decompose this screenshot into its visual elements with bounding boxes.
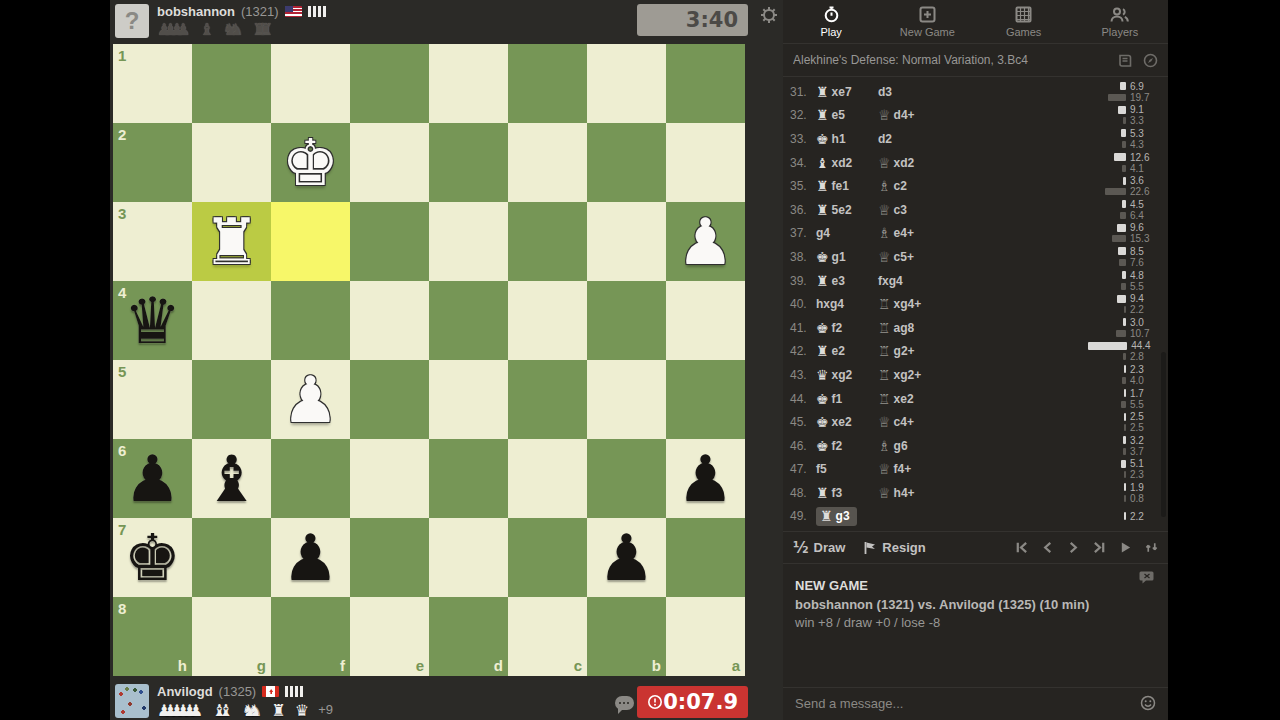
white-move[interactable]: ♜f3 <box>816 486 878 500</box>
move-row-46: 46.♚f2♗g63.23.7 <box>783 434 1168 458</box>
square-f8[interactable]: f <box>271 597 350 676</box>
square-b8[interactable]: b <box>587 597 666 676</box>
square-e8[interactable]: e <box>350 597 429 676</box>
square-b6[interactable] <box>587 439 666 518</box>
move-number: 44. <box>790 392 816 406</box>
top-player-name[interactable]: bobshannon <box>157 4 235 19</box>
square-c7[interactable] <box>508 518 587 597</box>
square-a4[interactable] <box>666 281 745 360</box>
move-row-36: 36.♜5e2♕c34.56.4 <box>783 198 1168 222</box>
move-row-39: 39.♜e3fxg44.85.5 <box>783 269 1168 293</box>
move-time-bar <box>1121 401 1126 408</box>
first-move-button[interactable] <box>1015 541 1028 554</box>
black-move[interactable]: ♕c3 <box>878 203 1088 217</box>
square-g8[interactable]: g <box>192 597 271 676</box>
move-time-bar <box>1088 342 1127 350</box>
black-move[interactable]: ♕c4+ <box>878 415 1088 429</box>
bottom-player-name[interactable]: Anvilogd <box>157 684 213 699</box>
top-player-avatar[interactable]: ? <box>115 4 149 38</box>
material-advantage: +9 <box>318 701 333 720</box>
black-piece-icon: ♖ <box>878 345 891 357</box>
square-g1[interactable] <box>192 44 271 123</box>
white-piece-icon: ♛ <box>816 369 829 381</box>
move-time: 2.3 <box>1130 364 1158 375</box>
rank-label-8: 8 <box>118 600 126 617</box>
move-time-bar <box>1122 165 1126 172</box>
next-move-button[interactable] <box>1067 541 1080 554</box>
square-e1[interactable] <box>350 44 429 123</box>
move-time: 4.1 <box>1130 163 1158 174</box>
black-move[interactable]: ♖g2+ <box>878 344 1088 358</box>
file-label-h: h <box>178 657 187 674</box>
move-list[interactable]: 31.♜xe7d36.919.732.♜e5♕d4+9.13.333.♚h1d2… <box>783 77 1168 531</box>
app-window: ? bobshannon (1321) ♟♟♟♟♝♞♞♜♜ 3:40 12♚3♜… <box>110 0 1168 720</box>
black-move[interactable]: ♖xg4+ <box>878 297 1088 311</box>
black-bishop-g6[interactable]: ♝ <box>192 439 271 518</box>
move-time-bar <box>1122 200 1126 208</box>
move-number: 43. <box>790 368 816 382</box>
square-c2[interactable] <box>508 123 587 202</box>
move-time-bar <box>1119 259 1126 266</box>
black-piece-icon: ♕ <box>878 463 891 475</box>
move-number: 33. <box>790 132 816 146</box>
black-pawn-f7[interactable]: ♟ <box>271 518 350 597</box>
white-piece-icon: ♜ <box>816 109 829 121</box>
chat-bubble-icon[interactable] <box>615 696 634 710</box>
black-move[interactable]: ♗c2 <box>878 179 1088 193</box>
square-g6[interactable]: ♝ <box>192 439 271 518</box>
move-number: 32. <box>790 108 816 122</box>
black-move[interactable]: ♕d4+ <box>878 108 1088 122</box>
captured-queen: ♛ <box>295 702 309 720</box>
tab-games[interactable]: Games <box>976 0 1072 43</box>
chat-input-row: Send a message... <box>783 687 1168 718</box>
rank-label-5: 5 <box>118 363 126 380</box>
move-time-bar <box>1124 365 1126 373</box>
square-b5[interactable] <box>587 360 666 439</box>
square-g7[interactable] <box>192 518 271 597</box>
black-piece-icon: ♕ <box>878 251 891 263</box>
file-label-c: c <box>574 657 582 674</box>
move-time-bar <box>1121 460 1126 468</box>
move-row-45: 45.♚xe2♕c4+2.52.5 <box>783 410 1168 434</box>
move-time-bar <box>1114 153 1126 161</box>
low-time-clock-icon <box>647 694 663 710</box>
move-time-bar <box>1124 306 1126 313</box>
move-time-bar <box>1121 129 1126 137</box>
bottom-player-avatar[interactable] <box>115 684 149 718</box>
move-time: 8.5 <box>1130 246 1158 257</box>
square-h5[interactable]: 5 <box>113 360 192 439</box>
white-move[interactable]: ♚f1 <box>816 392 878 406</box>
move-time-bar <box>1121 283 1126 290</box>
square-b4[interactable] <box>587 281 666 360</box>
square-c1[interactable] <box>508 44 587 123</box>
move-number: 42. <box>790 344 816 358</box>
move-time-bar <box>1108 94 1126 101</box>
square-h8[interactable]: 8h <box>113 597 192 676</box>
move-time-bar <box>1124 483 1126 491</box>
move-number: 41. <box>790 321 816 335</box>
square-h7[interactable]: 7♚ <box>113 518 192 597</box>
square-e3[interactable] <box>350 202 429 281</box>
top-player-rating: (1321) <box>241 4 279 19</box>
square-f4[interactable] <box>271 281 350 360</box>
square-d6[interactable] <box>429 439 508 518</box>
square-a7[interactable] <box>666 518 745 597</box>
black-move[interactable]: ♖xg2+ <box>878 368 1088 382</box>
move-time: 1.9 <box>1130 482 1158 493</box>
move-time: 3.7 <box>1130 446 1158 457</box>
move-row-33: 33.♚h1d25.34.3 <box>783 127 1168 151</box>
stopwatch-icon <box>823 6 840 23</box>
top-player-signal-bars <box>308 6 326 17</box>
square-h1[interactable]: 1 <box>113 44 192 123</box>
square-f5[interactable]: ♟ <box>271 360 350 439</box>
move-row-48: 48.♜f3♕h4+1.90.8 <box>783 481 1168 505</box>
black-move[interactable]: d3 <box>878 85 1088 99</box>
move-time: 5.1 <box>1130 458 1158 469</box>
square-g4[interactable] <box>192 281 271 360</box>
black-move[interactable]: ♕xd2 <box>878 156 1088 170</box>
move-time: 12.6 <box>1130 152 1158 163</box>
chat-log: NEW GAME bobshannon (1321) vs. Anvilogd … <box>783 564 1168 687</box>
black-piece-icon: ♗ <box>878 440 891 452</box>
square-c4[interactable] <box>508 281 587 360</box>
move-time: 44.4 <box>1131 340 1158 351</box>
move-row-47: 47.f5♕f4+5.12.3 <box>783 458 1168 482</box>
move-time: 19.7 <box>1130 92 1158 103</box>
move-time: 6.4 <box>1130 210 1158 221</box>
square-f2[interactable]: ♚ <box>271 123 350 202</box>
square-c5[interactable] <box>508 360 587 439</box>
white-move[interactable]: f5 <box>816 462 878 476</box>
move-time: 10.7 <box>1130 328 1158 339</box>
white-piece-icon: ♝ <box>816 157 829 169</box>
move-row-41: 41.♚f2♖ag83.010.7 <box>783 316 1168 340</box>
square-b1[interactable] <box>587 44 666 123</box>
move-time-bar <box>1124 471 1126 478</box>
move-time-bar <box>1122 141 1126 148</box>
move-number: 46. <box>790 439 816 453</box>
square-e5[interactable] <box>350 360 429 439</box>
white-move[interactable]: ♜e3 <box>816 274 878 288</box>
move-number: 47. <box>790 462 816 476</box>
move-time: 2.5 <box>1130 422 1158 433</box>
square-d7[interactable] <box>429 518 508 597</box>
top-player-clock: 3:40 <box>637 4 748 36</box>
move-time-bar <box>1124 512 1126 520</box>
white-piece-icon: ♚ <box>816 133 829 145</box>
move-number: 40. <box>790 297 816 311</box>
move-row-31: 31.♜xe7d36.919.7 <box>783 80 1168 104</box>
square-h4[interactable]: 4♛ <box>113 281 192 360</box>
square-h3[interactable]: 3 <box>113 202 192 281</box>
opening-name[interactable]: Alekhine's Defense: Normal Variation, 3.… <box>793 53 1118 67</box>
black-piece-icon: ♕ <box>878 487 891 499</box>
move-time-bar <box>1122 271 1126 279</box>
move-number: 45. <box>790 415 816 429</box>
white-move[interactable]: ♚xe2 <box>816 415 878 429</box>
rank-label-2: 2 <box>118 126 126 143</box>
emoji-icon[interactable] <box>1140 695 1156 711</box>
white-move[interactable]: ♚g1 <box>816 250 878 264</box>
move-time: 2.2 <box>1130 304 1158 315</box>
square-c8[interactable]: c <box>508 597 587 676</box>
square-c3[interactable] <box>508 202 587 281</box>
move-time: 4.0 <box>1130 375 1158 386</box>
move-time: 2.3 <box>1130 469 1158 480</box>
white-move[interactable]: ♜e5 <box>816 108 878 122</box>
black-piece-icon: ♕ <box>878 157 891 169</box>
black-pawn-b7[interactable]: ♟ <box>587 518 666 597</box>
white-move[interactable]: ♚f2 <box>816 439 878 453</box>
move-time-bar <box>1116 330 1126 337</box>
move-number: 36. <box>790 203 816 217</box>
black-move[interactable]: ♖xe2 <box>878 392 1088 406</box>
black-piece-icon: ♕ <box>878 416 891 428</box>
black-pawn-a6[interactable]: ♟ <box>666 439 745 518</box>
chat-input[interactable]: Send a message... <box>795 696 1140 711</box>
players-icon <box>1110 6 1129 23</box>
white-move[interactable]: g4 <box>816 226 878 240</box>
move-time-bar <box>1118 247 1126 255</box>
white-pawn-f5[interactable]: ♟ <box>271 360 350 439</box>
move-time: 3.6 <box>1130 175 1158 186</box>
white-pawn-a3[interactable]: ♟ <box>666 202 745 281</box>
move-time-bar <box>1118 106 1126 114</box>
move-time-bar <box>1123 117 1126 124</box>
black-piece-icon: ♖ <box>878 393 891 405</box>
white-move[interactable]: ♜e2 <box>816 344 878 358</box>
chat-mute-icon[interactable] <box>1139 570 1156 585</box>
white-move[interactable]: ♜fe1 <box>816 179 878 193</box>
black-move[interactable]: ♕f4+ <box>878 462 1088 476</box>
black-queen-h4[interactable]: ♛ <box>113 281 192 360</box>
black-move[interactable]: ♕h4+ <box>878 486 1088 500</box>
move-time: 4.8 <box>1130 270 1158 281</box>
move-number: 38. <box>790 250 816 264</box>
move-number: 39. <box>790 274 816 288</box>
square-f1[interactable] <box>271 44 350 123</box>
explorer-compass-icon[interactable] <box>1143 53 1158 68</box>
file-label-d: d <box>494 657 503 674</box>
square-e2[interactable] <box>350 123 429 202</box>
square-f6[interactable] <box>271 439 350 518</box>
rank-label-1: 1 <box>118 47 126 64</box>
file-label-g: g <box>257 657 266 674</box>
square-d5[interactable] <box>429 360 508 439</box>
move-time-bar <box>1117 224 1126 232</box>
black-move[interactable]: ♖ag8 <box>878 321 1088 335</box>
flip-board-button[interactable] <box>1145 541 1158 554</box>
move-row-43: 43.♛xg2♖xg2+2.34.0 <box>783 363 1168 387</box>
square-c6[interactable] <box>508 439 587 518</box>
move-time: 9.1 <box>1130 104 1158 115</box>
square-a2[interactable] <box>666 123 745 202</box>
move-time-bar <box>1123 318 1126 326</box>
black-move[interactable]: fxg4 <box>878 274 1088 288</box>
settings-gear-icon[interactable] <box>760 6 778 24</box>
square-e7[interactable] <box>350 518 429 597</box>
white-piece-icon: ♜ <box>816 487 829 499</box>
move-time-bar <box>1123 448 1126 455</box>
white-move[interactable]: hxg4 <box>816 297 878 311</box>
last-move-button[interactable] <box>1093 541 1106 554</box>
move-row-35: 35.♜fe1♗c23.622.6 <box>783 174 1168 198</box>
move-time: 3.0 <box>1130 317 1158 328</box>
file-label-a: a <box>732 657 740 674</box>
resign-button[interactable]: Resign <box>863 540 925 555</box>
autoplay-button[interactable] <box>1119 541 1132 554</box>
move-time: 6.9 <box>1130 81 1158 92</box>
move-number: 35. <box>790 179 816 193</box>
square-a3[interactable]: ♟ <box>666 202 745 281</box>
move-time: 5.5 <box>1130 281 1158 292</box>
square-d8[interactable]: d <box>429 597 508 676</box>
white-piece-icon: ♚ <box>816 416 829 428</box>
move-number: 37. <box>790 226 816 240</box>
square-h2[interactable]: 2 <box>113 123 192 202</box>
captured-pawns: ♟♟♟♟ <box>157 21 190 39</box>
move-time-bar <box>1124 389 1126 397</box>
square-b3[interactable] <box>587 202 666 281</box>
move-row-37: 37.g4♗e4+9.615.3 <box>783 222 1168 246</box>
side-panel: Play New Game Games <box>783 0 1168 720</box>
white-piece-icon: ♜ <box>816 345 829 357</box>
playback-controls <box>1015 541 1158 554</box>
black-move[interactable]: ♗g6 <box>878 439 1088 453</box>
previous-move-button[interactable] <box>1041 541 1054 554</box>
square-f7[interactable]: ♟ <box>271 518 350 597</box>
bottom-player-rating: (1325) <box>219 684 257 699</box>
white-move[interactable]: ♜xe7 <box>816 85 878 99</box>
move-time: 5.5 <box>1130 399 1158 410</box>
square-g2[interactable] <box>192 123 271 202</box>
square-g5[interactable] <box>192 360 271 439</box>
file-label-e: e <box>416 657 424 674</box>
white-king-f2[interactable]: ♚ <box>271 123 350 202</box>
board-grid-icon <box>1015 6 1032 23</box>
move-row-38: 38.♚g1♕c5+8.57.6 <box>783 245 1168 269</box>
square-d2[interactable] <box>429 123 508 202</box>
move-row-49: 49.♜g32.2 <box>783 505 1168 529</box>
move-time: 15.3 <box>1130 233 1158 244</box>
white-piece-icon: ♜ <box>816 86 829 98</box>
square-h6[interactable]: 6♟ <box>113 439 192 518</box>
white-piece-icon: ♚ <box>816 322 829 334</box>
black-move[interactable]: ♕c5+ <box>878 250 1088 264</box>
move-time: 3.2 <box>1130 435 1158 446</box>
white-move[interactable]: ♝xd2 <box>816 156 878 170</box>
white-piece-icon: ♚ <box>816 251 829 263</box>
square-f3[interactable] <box>271 202 350 281</box>
captured-rooks: ♜♜ <box>252 21 273 39</box>
tab-play[interactable]: Play <box>783 0 879 43</box>
square-d4[interactable] <box>429 281 508 360</box>
black-king-h7[interactable]: ♚ <box>113 518 192 597</box>
tab-players[interactable]: Players <box>1072 0 1168 43</box>
move-time-bar <box>1123 436 1126 444</box>
square-g3[interactable]: ♜ <box>192 202 271 281</box>
square-a5[interactable] <box>666 360 745 439</box>
move-time-bar <box>1117 295 1126 303</box>
square-d3[interactable] <box>429 202 508 281</box>
move-number: 34. <box>790 156 816 170</box>
black-piece-icon: ♖ <box>878 369 891 381</box>
white-rook-g3[interactable]: ♜ <box>192 202 271 281</box>
black-move[interactable]: ♗e4+ <box>878 226 1088 240</box>
white-move[interactable]: ♚f2 <box>816 321 878 335</box>
move-time-bar <box>1124 495 1126 502</box>
move-row-32: 32.♜e5♕d4+9.13.3 <box>783 104 1168 128</box>
black-piece-icon: ♖ <box>878 298 891 310</box>
captured-bishops: ♝ <box>199 21 213 39</box>
move-time: 3.3 <box>1130 115 1158 126</box>
white-move[interactable]: ♛xg2 <box>816 368 878 382</box>
opening-row: Alekhine's Defense: Normal Variation, 3.… <box>783 44 1168 77</box>
top-captured-pieces: ♟♟♟♟♝♞♞♜♜ <box>157 21 273 39</box>
black-pawn-h6[interactable]: ♟ <box>113 439 192 518</box>
move-list-scrollbar[interactable] <box>1161 352 1166 517</box>
move-row-44: 44.♚f1♖xe21.75.5 <box>783 387 1168 411</box>
opening-book-icon[interactable] <box>1118 53 1133 68</box>
white-piece-icon: ♚ <box>816 393 829 405</box>
square-a6[interactable]: ♟ <box>666 439 745 518</box>
move-number: 31. <box>790 85 816 99</box>
square-b2[interactable] <box>587 123 666 202</box>
move-time-bar <box>1112 235 1126 242</box>
chat-stakes-line: win +8 / draw +0 / lose -8 <box>795 615 1156 630</box>
panel-tabs: Play New Game Games <box>783 0 1168 44</box>
file-label-f: f <box>340 657 345 674</box>
white-piece-icon: ♜ <box>816 204 829 216</box>
square-e6[interactable] <box>350 439 429 518</box>
white-piece-icon: ♜ <box>820 510 833 522</box>
captured-bishops: ♝♝ <box>212 702 233 720</box>
chess-board[interactable]: 12♚3♜♟4♛5♟6♟♝♟7♚♟♟8hgfedcba <box>113 44 745 676</box>
move-time-bar <box>1124 424 1126 431</box>
white-move[interactable]: ♚h1 <box>816 132 878 146</box>
bottom-player-signal-bars <box>285 686 303 697</box>
move-time: 7.6 <box>1130 257 1158 268</box>
file-label-b: b <box>652 657 661 674</box>
move-time: 0.8 <box>1130 493 1158 504</box>
move-time: 2.5 <box>1130 411 1158 422</box>
chat-matchup-line: bobshannon (1321) vs. Anvilogd (1325) (1… <box>795 597 1156 612</box>
square-d1[interactable] <box>429 44 508 123</box>
move-time-bar <box>1120 82 1126 90</box>
square-b7[interactable]: ♟ <box>587 518 666 597</box>
move-row-40: 40.hxg4♖xg4+9.42.2 <box>783 292 1168 316</box>
bottom-player-clock: 0:07.9 <box>637 686 748 718</box>
move-time: 9.4 <box>1130 293 1158 304</box>
square-e4[interactable] <box>350 281 429 360</box>
white-move[interactable]: ♜g3 <box>816 507 878 526</box>
square-a8[interactable]: a <box>666 597 745 676</box>
move-time: 5.3 <box>1130 128 1158 139</box>
move-time-bar <box>1120 212 1126 219</box>
move-time: 9.6 <box>1130 222 1158 233</box>
square-a1[interactable] <box>666 44 745 123</box>
tab-new-game[interactable]: New Game <box>879 0 975 43</box>
captured-knights: ♞♞ <box>242 702 263 720</box>
black-move[interactable]: d2 <box>878 132 1088 146</box>
white-move[interactable]: ♜5e2 <box>816 203 878 217</box>
move-time-bar <box>1123 353 1126 360</box>
black-piece-icon: ♗ <box>878 180 891 192</box>
draw-button[interactable]: ½ Draw <box>793 539 845 557</box>
